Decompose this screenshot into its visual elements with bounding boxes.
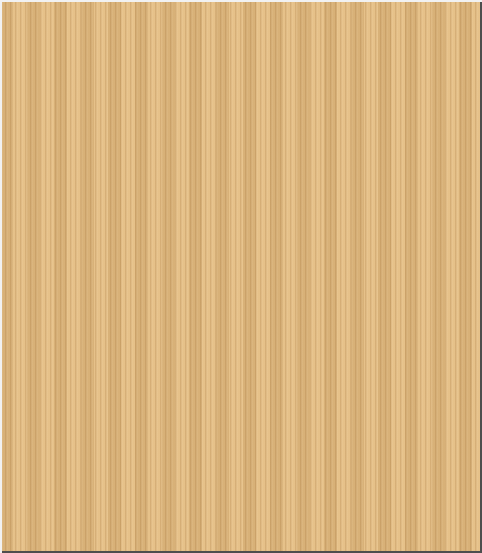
xiangqi-board-window <box>0 0 482 553</box>
board-grid[interactable] <box>2 16 477 541</box>
